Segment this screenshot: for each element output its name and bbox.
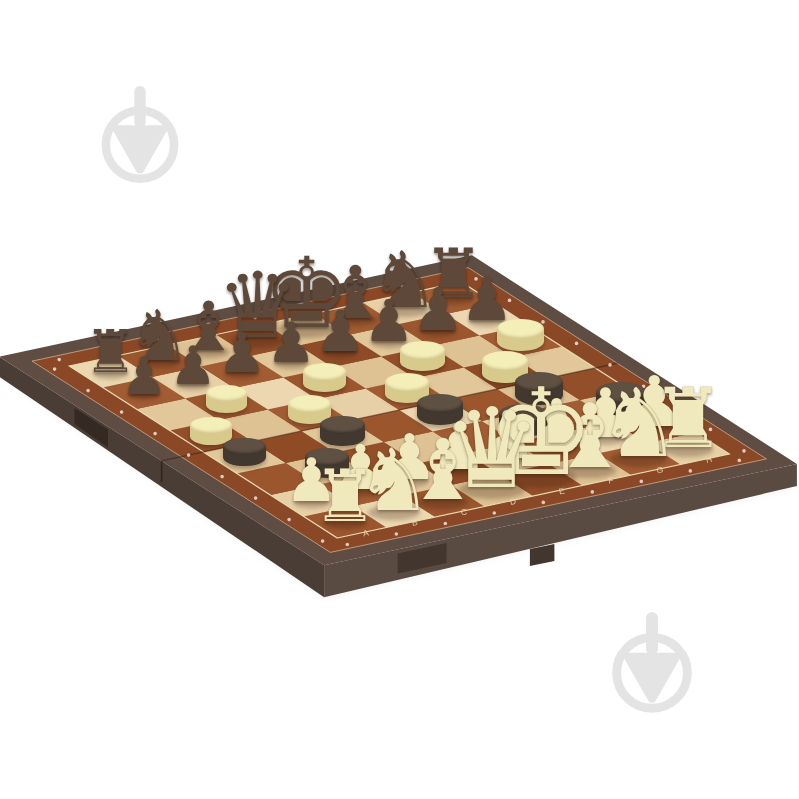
frame-dot [351, 295, 355, 299]
frame-dot [253, 316, 257, 320]
board-scene: ABCDEFGH [0, 0, 799, 799]
frame-dot [608, 363, 612, 367]
frame-dot [220, 475, 224, 479]
frame-dot [254, 496, 258, 500]
frame-dot [204, 326, 208, 330]
frame-dot [395, 532, 399, 536]
frame-dot [541, 320, 545, 324]
chess-board: ABCDEFGH [0, 0, 799, 799]
frame-dot [57, 358, 61, 362]
frame-dot [86, 389, 90, 393]
frame-dot [153, 432, 157, 436]
frame-dot [591, 490, 595, 494]
frame-dot [642, 385, 646, 389]
frame-dot [302, 305, 306, 309]
frame-dot [106, 347, 110, 351]
frame-dot [689, 469, 693, 473]
frame-dot [542, 501, 546, 505]
frame-dot [346, 543, 350, 547]
frame-dot [120, 410, 124, 414]
frame-dot [675, 406, 679, 410]
frame-dot [575, 342, 579, 346]
frame-dot [640, 480, 644, 484]
frame-dot [155, 337, 159, 341]
product-photo-chess-set: ABCDEFGH ♜♞♝♟♚♟♛♟♝♟♞♟♜♟♟♟♟♟♟♜♟♞♟♝♟♚♟♛♟♝♞… [0, 0, 799, 799]
frame-dot [493, 511, 497, 515]
frame-dot [709, 428, 713, 432]
frame-dot [321, 539, 325, 543]
frame-dot [400, 284, 404, 288]
frame-dot [287, 518, 291, 522]
frame-dot [444, 522, 448, 526]
frame-dot [508, 299, 512, 303]
frame-dot [742, 449, 746, 453]
frame-dot [738, 459, 742, 463]
frame-dot [53, 367, 57, 371]
frame-dot [449, 274, 453, 278]
frame-dot [187, 453, 191, 457]
frame-dot [474, 277, 478, 281]
